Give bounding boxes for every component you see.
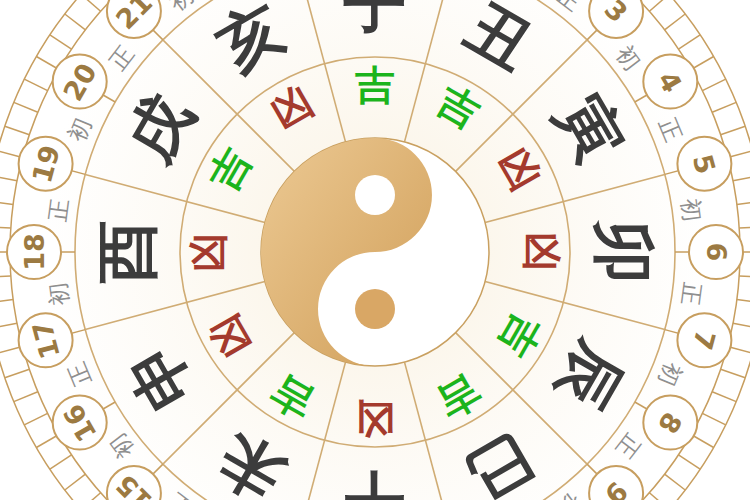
hour-number-18: 18 bbox=[21, 233, 48, 271]
zodiac-branch-9: 酉 bbox=[96, 221, 159, 284]
hour-half-mark-13: 正 bbox=[65, 359, 95, 389]
hour-number-8: 8 bbox=[654, 408, 687, 438]
hour-half-mark-5: 初 bbox=[655, 359, 685, 389]
wheel-glyph-layer: 子吉丑吉寅凶卯凶辰吉巳吉午凶未吉申凶酉凶戌吉亥凶3456789151617181… bbox=[0, 0, 750, 500]
hour-half-mark-2: 正 bbox=[655, 115, 685, 145]
hour-half-mark-8: 初 bbox=[165, 0, 197, 15]
zodiac-branch-6: 午 bbox=[344, 469, 407, 500]
hour-half-mark-15: 正 bbox=[165, 489, 197, 500]
luck-mark-6: 凶 bbox=[355, 399, 395, 439]
hour-number-16: 16 bbox=[59, 399, 101, 445]
luck-mark-0: 吉 bbox=[355, 65, 395, 105]
hour-half-mark-1: 初 bbox=[612, 42, 644, 74]
zodiac-branch-1: 丑 bbox=[456, 0, 542, 80]
hour-number-3: 3 bbox=[600, 0, 632, 27]
zodiac-branch-4: 辰 bbox=[547, 333, 633, 419]
luck-mark-3: 凶 bbox=[522, 232, 562, 272]
hour-number-7: 7 bbox=[689, 328, 720, 353]
hour-number-5: 5 bbox=[689, 151, 720, 176]
hour-half-mark-12: 初 bbox=[46, 281, 72, 307]
luck-mark-1: 吉 bbox=[431, 80, 486, 135]
hour-half-mark-10: 初 bbox=[65, 115, 95, 145]
zodiac-branch-10: 戌 bbox=[117, 85, 203, 171]
hour-half-mark-6: 正 bbox=[612, 430, 644, 462]
luck-mark-8: 凶 bbox=[203, 308, 258, 363]
hour-number-9: 9 bbox=[600, 477, 632, 500]
hour-number-19: 19 bbox=[28, 142, 64, 185]
luck-mark-7: 吉 bbox=[264, 369, 319, 424]
hour-half-mark-3: 初 bbox=[678, 197, 704, 223]
zodiac-branch-7: 未 bbox=[208, 424, 294, 500]
fortune-wheel: 子吉丑吉寅凶卯凶辰吉巳吉午凶未吉申凶酉凶戌吉亥凶3456789151617181… bbox=[0, 0, 750, 500]
hour-half-mark-14: 初 bbox=[106, 430, 138, 462]
luck-mark-5: 吉 bbox=[431, 369, 486, 424]
hour-number-4: 4 bbox=[654, 67, 687, 97]
zodiac-branch-5: 巳 bbox=[456, 424, 542, 500]
luck-mark-2: 凶 bbox=[492, 141, 547, 196]
zodiac-branch-0: 子 bbox=[344, 0, 407, 36]
zodiac-branch-2: 寅 bbox=[547, 85, 633, 171]
zodiac-branch-8: 申 bbox=[117, 333, 203, 419]
hour-number-6: 6 bbox=[703, 243, 730, 262]
hour-half-mark-4: 正 bbox=[678, 281, 704, 307]
hour-number-17: 17 bbox=[28, 319, 64, 362]
hour-half-mark-9: 正 bbox=[106, 42, 138, 74]
zodiac-branch-11: 亥 bbox=[208, 0, 294, 80]
luck-mark-9: 凶 bbox=[188, 232, 228, 272]
hour-half-mark-0: 正 bbox=[553, 0, 585, 15]
luck-mark-10: 吉 bbox=[203, 141, 258, 196]
luck-mark-11: 凶 bbox=[264, 80, 319, 135]
hour-number-21: 21 bbox=[111, 0, 157, 34]
hour-number-15: 15 bbox=[111, 470, 157, 500]
hour-number-20: 20 bbox=[59, 58, 101, 104]
hour-half-mark-11: 正 bbox=[46, 197, 72, 223]
luck-mark-4: 吉 bbox=[492, 308, 547, 363]
hour-half-mark-7: 初 bbox=[553, 489, 585, 500]
zodiac-branch-3: 卯 bbox=[592, 221, 655, 284]
